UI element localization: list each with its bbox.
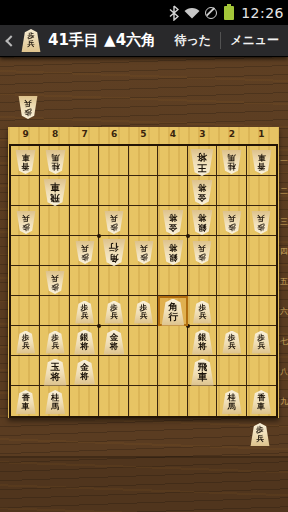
undo-button[interactable]: 待った [166,32,221,49]
rank-label: 四 [280,246,288,257]
board-square[interactable] [217,356,246,386]
back-chevron-icon[interactable] [5,35,16,46]
board-square[interactable] [40,296,69,326]
bluetooth-icon [169,5,179,21]
rank-label: 七 [280,336,288,347]
file-label: 4 [170,129,176,139]
board-square[interactable] [188,386,217,416]
file-label: 7 [81,129,87,139]
board-square[interactable] [11,266,40,296]
move-title: 41手目 ▲4六角 [48,31,156,50]
board-square[interactable] [99,386,128,416]
file-label: 9 [23,129,29,139]
file-label: 2 [229,129,235,139]
board-square[interactable] [129,326,158,356]
board-square[interactable] [158,146,187,176]
board-square[interactable] [247,236,276,266]
file-label: 6 [111,129,117,139]
rank-label: 三 [280,216,288,227]
gote-歩兵-piece[interactable]: 歩兵 [18,96,38,119]
board-square[interactable] [158,386,187,416]
status-clock: 12:26 [241,5,284,21]
status-bar: 12:26 [0,0,288,25]
board-square[interactable] [217,266,246,296]
app-shogi-piece-icon: 歩兵 [21,29,41,52]
table-lower-shade [0,458,288,512]
board-square[interactable] [11,176,40,206]
board-square[interactable] [129,356,158,386]
file-label: 5 [140,129,146,139]
sente-hand-tray: 歩兵 [250,423,270,446]
menu-button[interactable]: メニュー [221,32,288,49]
board-square[interactable] [188,266,217,296]
board-square[interactable] [129,146,158,176]
board-square[interactable] [99,146,128,176]
file-label: 8 [52,129,58,139]
rank-coordinates: 一二三四五六七八九 [280,127,288,417]
board-square[interactable] [247,266,276,296]
board-square[interactable] [70,206,99,236]
board-square[interactable] [11,356,40,386]
table-background: 歩兵 987654321 香車桂馬王将桂馬香車飛車金将歩兵歩兵金将銀将歩兵歩兵歩… [0,57,288,512]
gote-hand-tray: 歩兵 [18,96,38,119]
board-square[interactable] [70,266,99,296]
board-square[interactable] [129,266,158,296]
board-square[interactable] [40,236,69,266]
board-square[interactable] [158,266,187,296]
board-square[interactable] [11,236,40,266]
star-point [186,234,190,238]
wifi-icon [184,7,200,19]
board-square[interactable] [247,296,276,326]
board-square[interactable] [247,176,276,206]
board-square[interactable] [40,206,69,236]
board-square[interactable] [99,176,128,206]
rank-label: 五 [280,276,288,287]
board-square[interactable] [247,356,276,386]
rank-label: 二 [280,186,288,197]
board-square[interactable] [158,356,187,386]
board-square[interactable] [129,386,158,416]
app-toolbar: 歩兵 41手目 ▲4六角 待った メニュー [0,25,288,57]
board-square[interactable] [129,206,158,236]
board-square[interactable] [129,176,158,206]
file-label: 3 [199,129,205,139]
board-playfield: 香車桂馬王将桂馬香車飛車金将歩兵歩兵金将銀将歩兵歩兵歩兵角行歩兵銀将歩兵歩兵歩兵… [11,146,276,416]
file-coordinates: 987654321 [11,129,276,143]
sente-歩兵-piece[interactable]: 歩兵 [250,423,270,446]
board-square[interactable] [11,296,40,326]
battery-icon [224,6,234,20]
board-square[interactable] [158,176,187,206]
board-square[interactable] [99,266,128,296]
board-square[interactable] [70,146,99,176]
board-square[interactable] [217,176,246,206]
rank-label: 一 [280,156,288,167]
file-label: 1 [258,129,264,139]
rank-label: 九 [280,396,288,407]
board-square[interactable] [158,326,187,356]
star-point [97,234,101,238]
board-square[interactable] [217,236,246,266]
board-square[interactable] [217,296,246,326]
board-square[interactable] [70,176,99,206]
shogi-app-screen: 12:26 歩兵 41手目 ▲4六角 待った メニュー 歩兵 987654321… [0,0,288,512]
rank-label: 六 [280,306,288,317]
board-square[interactable] [99,356,128,386]
shogi-board: 987654321 香車桂馬王将桂馬香車飛車金将歩兵歩兵金将銀将歩兵歩兵歩兵角行… [8,127,279,418]
rank-label: 八 [280,366,288,377]
no-signal-icon [205,7,217,19]
board-square[interactable] [70,386,99,416]
star-point [97,324,101,328]
